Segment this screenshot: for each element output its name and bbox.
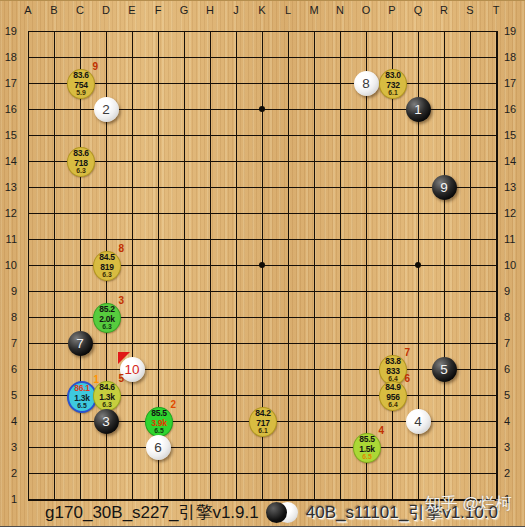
board-intersection[interactable] — [249, 356, 275, 382]
board-intersection[interactable] — [145, 226, 171, 252]
board-intersection[interactable] — [197, 70, 223, 96]
board-intersection[interactable]: 84.58196.38 — [93, 252, 119, 278]
board-intersection[interactable] — [405, 200, 431, 226]
board-intersection[interactable] — [119, 408, 145, 434]
board-intersection[interactable] — [41, 252, 67, 278]
board-intersection[interactable] — [301, 122, 327, 148]
board-intersection[interactable] — [171, 330, 197, 356]
board-intersection[interactable] — [119, 304, 145, 330]
board-intersection[interactable] — [171, 18, 197, 44]
board-intersection[interactable] — [327, 96, 353, 122]
board-intersection[interactable] — [405, 434, 431, 460]
board-intersection[interactable] — [249, 18, 275, 44]
board-intersection[interactable] — [249, 44, 275, 70]
board-intersection[interactable] — [93, 278, 119, 304]
board-intersection[interactable]: 84.99566.46 — [379, 382, 405, 408]
board-intersection[interactable] — [405, 148, 431, 174]
board-intersection[interactable]: 9 — [431, 174, 457, 200]
board-intersection[interactable] — [41, 304, 67, 330]
board-intersection[interactable] — [197, 408, 223, 434]
board-intersection[interactable] — [457, 200, 483, 226]
board-intersection[interactable] — [379, 460, 405, 486]
board-intersection[interactable] — [93, 226, 119, 252]
board-intersection[interactable] — [405, 252, 431, 278]
board-intersection[interactable] — [223, 330, 249, 356]
board-intersection[interactable] — [223, 252, 249, 278]
board-intersection[interactable] — [119, 174, 145, 200]
board-intersection[interactable] — [431, 96, 457, 122]
board-intersection[interactable] — [67, 434, 93, 460]
board-intersection[interactable] — [275, 96, 301, 122]
board-intersection[interactable] — [171, 408, 197, 434]
board-intersection[interactable] — [405, 44, 431, 70]
board-intersection[interactable] — [353, 356, 379, 382]
board-intersection[interactable] — [119, 434, 145, 460]
board-intersection[interactable]: 85.51.5k6.54 — [353, 434, 379, 460]
board-intersection[interactable] — [145, 304, 171, 330]
board-intersection[interactable] — [301, 226, 327, 252]
board-intersection[interactable] — [353, 148, 379, 174]
board-intersection[interactable] — [379, 18, 405, 44]
board-intersection[interactable] — [171, 278, 197, 304]
board-intersection[interactable] — [457, 18, 483, 44]
board-intersection[interactable] — [275, 278, 301, 304]
board-intersection[interactable] — [379, 174, 405, 200]
board-intersection[interactable] — [197, 330, 223, 356]
board-intersection[interactable] — [353, 382, 379, 408]
board-intersection[interactable] — [41, 200, 67, 226]
board-intersection[interactable] — [457, 304, 483, 330]
board-intersection[interactable] — [327, 434, 353, 460]
board-intersection[interactable] — [431, 70, 457, 96]
board-intersection[interactable] — [249, 226, 275, 252]
board-intersection[interactable] — [301, 408, 327, 434]
board-intersection[interactable] — [431, 122, 457, 148]
board-intersection[interactable] — [405, 18, 431, 44]
board-intersection[interactable] — [327, 226, 353, 252]
candidate-move[interactable]: 85.51.5k6.54 — [353, 433, 381, 463]
board-intersection[interactable] — [119, 252, 145, 278]
board-intersection[interactable] — [249, 460, 275, 486]
board-intersection[interactable] — [353, 278, 379, 304]
board-intersection[interactable] — [171, 44, 197, 70]
board-intersection[interactable] — [275, 44, 301, 70]
board-intersection[interactable] — [41, 408, 67, 434]
board-intersection[interactable] — [171, 70, 197, 96]
board-intersection[interactable] — [275, 304, 301, 330]
board-intersection[interactable] — [431, 44, 457, 70]
board-intersection[interactable] — [197, 44, 223, 70]
board-intersection[interactable] — [145, 278, 171, 304]
board-intersection[interactable] — [119, 382, 145, 408]
board-intersection[interactable] — [67, 226, 93, 252]
board-intersection[interactable] — [223, 44, 249, 70]
board-intersection[interactable] — [353, 460, 379, 486]
board-intersection[interactable] — [301, 200, 327, 226]
board-intersection[interactable] — [457, 252, 483, 278]
board-intersection[interactable] — [223, 304, 249, 330]
board-intersection[interactable] — [457, 460, 483, 486]
board-intersection[interactable] — [67, 460, 93, 486]
board-intersection[interactable]: 83.67186.3 — [67, 148, 93, 174]
board-intersection[interactable] — [67, 122, 93, 148]
board-intersection[interactable] — [171, 148, 197, 174]
board-intersection[interactable] — [379, 226, 405, 252]
board-intersection[interactable] — [275, 122, 301, 148]
board-intersection[interactable] — [275, 356, 301, 382]
board-intersection[interactable] — [223, 174, 249, 200]
board-intersection[interactable] — [93, 460, 119, 486]
board-intersection[interactable] — [223, 70, 249, 96]
board-intersection[interactable] — [327, 200, 353, 226]
board-intersection[interactable] — [145, 200, 171, 226]
board-intersection[interactable] — [275, 460, 301, 486]
board-intersection[interactable] — [197, 382, 223, 408]
board-intersection[interactable] — [457, 122, 483, 148]
board-intersection[interactable] — [353, 408, 379, 434]
board-intersection[interactable] — [119, 122, 145, 148]
board-intersection[interactable] — [145, 70, 171, 96]
board-intersection[interactable] — [145, 356, 171, 382]
board-intersection[interactable] — [353, 174, 379, 200]
board-intersection[interactable] — [275, 252, 301, 278]
board-intersection[interactable]: 4 — [405, 408, 431, 434]
board-intersection[interactable] — [457, 96, 483, 122]
board-intersection[interactable]: 84.27176.1 — [249, 408, 275, 434]
board-intersection[interactable] — [275, 18, 301, 44]
board-intersection[interactable] — [41, 18, 67, 44]
board-intersection[interactable]: 83.67545.99 — [67, 70, 93, 96]
board-intersection[interactable] — [353, 330, 379, 356]
board-intersection[interactable] — [301, 96, 327, 122]
board-intersection[interactable] — [379, 122, 405, 148]
board-intersection[interactable]: 85.53.9k6.52 — [145, 408, 171, 434]
board-intersection[interactable] — [145, 460, 171, 486]
board-intersection[interactable] — [353, 226, 379, 252]
board-intersection[interactable] — [171, 434, 197, 460]
board-intersection[interactable] — [249, 70, 275, 96]
board-intersection[interactable] — [41, 278, 67, 304]
board-intersection[interactable] — [457, 226, 483, 252]
board-intersection[interactable] — [457, 70, 483, 96]
board-intersection[interactable] — [327, 148, 353, 174]
board-intersection[interactable] — [327, 174, 353, 200]
board-intersection[interactable] — [223, 18, 249, 44]
board-intersection[interactable] — [431, 330, 457, 356]
board-intersection[interactable] — [197, 460, 223, 486]
candidate-move[interactable]: 84.58196.38 — [93, 251, 121, 281]
board-intersection[interactable] — [145, 148, 171, 174]
board-intersection[interactable] — [249, 122, 275, 148]
board-intersection[interactable] — [223, 382, 249, 408]
board-intersection[interactable] — [197, 148, 223, 174]
board-intersection[interactable] — [301, 278, 327, 304]
board-intersection[interactable]: 1 — [405, 96, 431, 122]
board-intersection[interactable] — [301, 44, 327, 70]
board-intersection[interactable] — [41, 356, 67, 382]
board-intersection[interactable] — [275, 434, 301, 460]
candidate-move[interactable]: 84.61.3k6.35 — [93, 381, 121, 411]
board-intersection[interactable] — [119, 18, 145, 44]
board-intersection[interactable] — [379, 148, 405, 174]
board-intersection[interactable] — [275, 382, 301, 408]
board-intersection[interactable] — [119, 44, 145, 70]
board-intersection[interactable] — [327, 278, 353, 304]
board-intersection[interactable] — [301, 304, 327, 330]
board-intersection[interactable] — [93, 330, 119, 356]
board-intersection[interactable] — [93, 18, 119, 44]
board-intersection[interactable] — [41, 122, 67, 148]
board-intersection[interactable] — [223, 226, 249, 252]
board-intersection[interactable] — [353, 252, 379, 278]
board-intersection[interactable] — [197, 278, 223, 304]
board-intersection[interactable]: 84.61.3k6.35 — [93, 382, 119, 408]
board-intersection[interactable] — [223, 96, 249, 122]
board-intersection[interactable] — [223, 122, 249, 148]
board-intersection[interactable] — [67, 44, 93, 70]
board-intersection[interactable] — [171, 304, 197, 330]
board-intersection[interactable] — [353, 122, 379, 148]
candidate-move[interactable]: 84.27176.1 — [249, 407, 277, 437]
board-intersection[interactable] — [249, 278, 275, 304]
board-intersection[interactable] — [301, 330, 327, 356]
board-intersection[interactable] — [457, 174, 483, 200]
board-intersection[interactable] — [327, 460, 353, 486]
board-intersection[interactable] — [327, 356, 353, 382]
board-intersection[interactable] — [431, 460, 457, 486]
board-intersection[interactable] — [41, 70, 67, 96]
board-intersection[interactable] — [431, 18, 457, 44]
board-intersection[interactable] — [145, 252, 171, 278]
board-intersection[interactable] — [275, 330, 301, 356]
board-intersection[interactable] — [301, 18, 327, 44]
board-intersection[interactable] — [171, 460, 197, 486]
board-intersection[interactable] — [119, 96, 145, 122]
board-intersection[interactable] — [171, 174, 197, 200]
board-intersection[interactable] — [145, 96, 171, 122]
board-intersection[interactable] — [431, 408, 457, 434]
board-intersection[interactable] — [457, 278, 483, 304]
board-intersection[interactable] — [93, 174, 119, 200]
board-intersection[interactable] — [379, 434, 405, 460]
board-intersection[interactable] — [275, 174, 301, 200]
board-intersection[interactable] — [93, 122, 119, 148]
board-intersection[interactable] — [41, 434, 67, 460]
board-intersection[interactable] — [457, 408, 483, 434]
board-intersection[interactable]: 8 — [353, 70, 379, 96]
board-intersection[interactable] — [301, 174, 327, 200]
board-intersection[interactable] — [223, 200, 249, 226]
board-intersection[interactable] — [457, 356, 483, 382]
board-intersection[interactable] — [249, 304, 275, 330]
board-intersection[interactable] — [275, 226, 301, 252]
board-intersection[interactable]: 2 — [93, 96, 119, 122]
board-intersection[interactable]: 3 — [93, 408, 119, 434]
candidate-move[interactable]: 85.22.0k6.33 — [93, 303, 121, 333]
board-intersection[interactable] — [67, 174, 93, 200]
board-intersection[interactable] — [353, 304, 379, 330]
board-intersection[interactable] — [171, 122, 197, 148]
board-intersection[interactable] — [405, 278, 431, 304]
board-intersection[interactable] — [405, 70, 431, 96]
board-intersection[interactable] — [249, 148, 275, 174]
board-intersection[interactable] — [223, 356, 249, 382]
board-intersection[interactable] — [41, 96, 67, 122]
board-intersection[interactable] — [41, 226, 67, 252]
board-intersection[interactable] — [145, 18, 171, 44]
board-intersection[interactable] — [327, 18, 353, 44]
board-intersection[interactable] — [301, 148, 327, 174]
board-intersection[interactable] — [41, 174, 67, 200]
board-intersection[interactable] — [301, 382, 327, 408]
board-intersection[interactable] — [171, 356, 197, 382]
board-intersection[interactable] — [301, 252, 327, 278]
board-intersection[interactable] — [327, 304, 353, 330]
board-intersection[interactable] — [379, 304, 405, 330]
board-intersection[interactable] — [405, 382, 431, 408]
board-intersection[interactable] — [431, 278, 457, 304]
board-intersection[interactable]: 83.88336.47 — [379, 356, 405, 382]
board-intersection[interactable]: 5 — [431, 356, 457, 382]
board-intersection[interactable]: 7 — [67, 330, 93, 356]
board-intersection[interactable] — [457, 44, 483, 70]
board-intersection[interactable] — [171, 200, 197, 226]
board-intersection[interactable] — [41, 148, 67, 174]
board-intersection[interactable] — [67, 304, 93, 330]
board-intersection[interactable] — [93, 70, 119, 96]
board-intersection[interactable] — [457, 148, 483, 174]
board-intersection[interactable] — [197, 356, 223, 382]
board-intersection[interactable] — [353, 96, 379, 122]
board-intersection[interactable] — [249, 174, 275, 200]
candidate-move[interactable]: 84.99566.46 — [379, 381, 407, 411]
board-intersection[interactable] — [327, 330, 353, 356]
board-intersection[interactable] — [145, 330, 171, 356]
board-intersection[interactable] — [197, 304, 223, 330]
board-intersection[interactable] — [301, 356, 327, 382]
board-intersection[interactable] — [197, 122, 223, 148]
board-intersection[interactable] — [93, 148, 119, 174]
board-intersection[interactable] — [353, 200, 379, 226]
board-intersection[interactable] — [119, 460, 145, 486]
board-intersection[interactable] — [405, 304, 431, 330]
board-intersection[interactable] — [405, 460, 431, 486]
board-intersection[interactable] — [431, 200, 457, 226]
board-intersection[interactable] — [41, 44, 67, 70]
candidate-move[interactable]: 85.53.9k6.52 — [145, 407, 173, 437]
board-intersection[interactable] — [275, 200, 301, 226]
board-intersection[interactable] — [119, 70, 145, 96]
board-intersection[interactable] — [275, 148, 301, 174]
board-intersection[interactable] — [249, 200, 275, 226]
board-intersection[interactable] — [301, 460, 327, 486]
board-intersection[interactable] — [431, 304, 457, 330]
board-intersection[interactable] — [431, 226, 457, 252]
board-intersection[interactable] — [405, 174, 431, 200]
board-intersection[interactable] — [457, 434, 483, 460]
board-intersection[interactable] — [405, 122, 431, 148]
board-intersection[interactable] — [197, 18, 223, 44]
board-intersection[interactable] — [275, 408, 301, 434]
board-intersection[interactable] — [67, 252, 93, 278]
board-intersection[interactable] — [197, 434, 223, 460]
candidate-move[interactable]: 83.67545.99 — [67, 69, 95, 99]
board-intersection[interactable] — [171, 252, 197, 278]
board-intersection[interactable] — [249, 330, 275, 356]
board-intersection[interactable] — [145, 174, 171, 200]
board-intersection[interactable] — [223, 408, 249, 434]
board-intersection[interactable] — [145, 122, 171, 148]
board-intersection[interactable] — [145, 382, 171, 408]
board-intersection[interactable] — [353, 18, 379, 44]
board-intersection[interactable] — [431, 434, 457, 460]
candidate-move[interactable]: 83.67186.3 — [67, 147, 95, 177]
board-intersection[interactable] — [223, 148, 249, 174]
board-intersection[interactable] — [67, 278, 93, 304]
board-intersection[interactable] — [327, 44, 353, 70]
board-intersection[interactable] — [67, 356, 93, 382]
board-intersection[interactable] — [327, 252, 353, 278]
board-intersection[interactable] — [431, 382, 457, 408]
board-intersection[interactable] — [67, 18, 93, 44]
board-intersection[interactable] — [145, 44, 171, 70]
board-intersection[interactable] — [301, 434, 327, 460]
board-intersection[interactable] — [197, 226, 223, 252]
board-intersection[interactable] — [457, 330, 483, 356]
board-intersection[interactable] — [93, 200, 119, 226]
board-intersection[interactable] — [379, 330, 405, 356]
board-intersection[interactable] — [249, 96, 275, 122]
board-intersection[interactable] — [405, 226, 431, 252]
board-intersection[interactable] — [379, 252, 405, 278]
board-intersection[interactable] — [41, 330, 67, 356]
board-intersection[interactable] — [171, 96, 197, 122]
board-intersection[interactable] — [327, 70, 353, 96]
board-intersection[interactable] — [67, 96, 93, 122]
board-intersection[interactable] — [171, 226, 197, 252]
board-intersection[interactable] — [379, 278, 405, 304]
board-intersection[interactable]: 83.07326.1 — [379, 70, 405, 96]
board-intersection[interactable] — [379, 44, 405, 70]
board-intersection[interactable] — [93, 434, 119, 460]
board-intersection[interactable] — [223, 460, 249, 486]
board-intersection[interactable] — [119, 148, 145, 174]
board-intersection[interactable] — [327, 408, 353, 434]
board-intersection[interactable] — [197, 174, 223, 200]
board-intersection[interactable]: 6 — [145, 434, 171, 460]
board-intersection[interactable] — [223, 434, 249, 460]
board-intersection[interactable] — [431, 252, 457, 278]
board-intersection[interactable] — [275, 70, 301, 96]
board-intersection[interactable] — [379, 200, 405, 226]
board-intersection[interactable] — [197, 252, 223, 278]
board-intersection[interactable] — [41, 382, 67, 408]
board-intersection[interactable] — [327, 122, 353, 148]
board-intersection[interactable] — [301, 70, 327, 96]
board-intersection[interactable] — [327, 382, 353, 408]
board-intersection[interactable] — [41, 460, 67, 486]
board-intersection[interactable] — [119, 200, 145, 226]
board-intersection[interactable] — [67, 200, 93, 226]
board-intersection[interactable] — [223, 278, 249, 304]
board-intersection[interactable] — [197, 200, 223, 226]
board-intersection[interactable] — [379, 96, 405, 122]
board-intersection[interactable] — [249, 382, 275, 408]
board-intersection[interactable] — [197, 96, 223, 122]
board-intersection[interactable] — [249, 252, 275, 278]
board-intersection[interactable]: 85.22.0k6.33 — [93, 304, 119, 330]
board-intersection[interactable] — [249, 434, 275, 460]
